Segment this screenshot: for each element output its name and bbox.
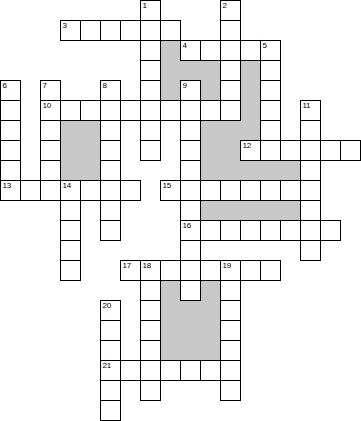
letter-cell-r1-c6[interactable]: [120, 20, 141, 41]
letter-cell-r16-c11[interactable]: [220, 320, 241, 341]
letter-cell-r12-c9[interactable]: [180, 240, 201, 261]
letter-cell-r1-c7[interactable]: [140, 20, 161, 41]
clue-number-20: 20: [103, 301, 111, 310]
letter-cell-r17-c11[interactable]: [220, 340, 241, 361]
shaded-cell-r10-c11: [220, 200, 241, 221]
letter-cell-r14-c9[interactable]: [180, 280, 201, 301]
letter-cell-r2-c10[interactable]: [200, 40, 221, 61]
shaded-cell-r3-c9: [180, 60, 201, 81]
shaded-cell-r14-c10: [200, 280, 221, 301]
letter-cell-r11-c15[interactable]: [300, 220, 321, 241]
letter-cell-r18-c8[interactable]: [160, 360, 181, 381]
letter-cell-r17-c7[interactable]: [140, 340, 161, 361]
letter-cell-r2-c12[interactable]: [240, 40, 261, 61]
letter-cell-r1-c3[interactable]: 3: [60, 20, 81, 41]
letter-cell-r2-c9[interactable]: 4: [180, 40, 201, 61]
letter-cell-r3-c11[interactable]: [220, 60, 241, 81]
letter-cell-r14-c7[interactable]: [140, 280, 161, 301]
shaded-cell-r16-c9: [180, 320, 201, 341]
clue-number-12: 12: [243, 141, 251, 150]
letter-cell-r18-c9[interactable]: [180, 360, 201, 381]
letter-cell-r11-c10[interactable]: [200, 220, 221, 241]
letter-cell-r6-c7[interactable]: [140, 120, 161, 141]
letter-cell-r11-c13[interactable]: [260, 220, 281, 241]
letter-cell-r2-c7[interactable]: [140, 40, 161, 61]
letter-cell-r19-c5[interactable]: [100, 380, 121, 401]
letter-cell-r19-c7[interactable]: [140, 380, 161, 401]
letter-cell-r5-c8[interactable]: [160, 100, 181, 121]
letter-cell-r6-c13[interactable]: [260, 120, 281, 141]
letter-cell-r9-c9[interactable]: [180, 180, 201, 201]
letter-cell-r13-c3[interactable]: [60, 260, 81, 281]
letter-cell-r3-c7[interactable]: [140, 60, 161, 81]
letter-cell-r5-c4[interactable]: [80, 100, 101, 121]
letter-cell-r4-c9[interactable]: 9: [180, 80, 201, 101]
letter-cell-r18-c11[interactable]: [220, 360, 241, 381]
letter-cell-r1-c8[interactable]: [160, 20, 181, 41]
letter-cell-r18-c7[interactable]: [140, 360, 161, 381]
shaded-cell-r15-c9: [180, 300, 201, 321]
clue-number-3: 3: [63, 21, 67, 30]
letter-cell-r16-c5[interactable]: [100, 320, 121, 341]
letter-cell-r7-c16[interactable]: [320, 140, 341, 161]
shaded-cell-r8-c10: [200, 160, 221, 181]
letter-cell-r10-c9[interactable]: [180, 200, 201, 221]
shaded-cell-r2-c8: [160, 40, 181, 61]
shaded-cell-r8-c3: [60, 160, 81, 181]
letter-cell-r5-c5[interactable]: [100, 100, 121, 121]
letter-cell-r5-c10[interactable]: [200, 100, 221, 121]
letter-cell-r13-c11[interactable]: 19: [220, 260, 241, 281]
letter-cell-r13-c9[interactable]: [180, 260, 201, 281]
letter-cell-r9-c8[interactable]: 15: [160, 180, 181, 201]
shaded-cell-r4-c8: [160, 80, 181, 101]
letter-cell-r15-c11[interactable]: [220, 300, 241, 321]
letter-cell-r5-c15[interactable]: 11: [300, 100, 321, 121]
letter-cell-r5-c6[interactable]: [120, 100, 141, 121]
letter-cell-r6-c15[interactable]: [300, 120, 321, 141]
letter-cell-r6-c0[interactable]: [0, 120, 21, 141]
clue-number-7: 7: [43, 81, 47, 90]
letter-cell-r5-c7[interactable]: [140, 100, 161, 121]
shaded-cell-r17-c9: [180, 340, 201, 361]
shaded-cell-r7-c4: [80, 140, 101, 161]
shaded-cell-r6-c11: [220, 120, 241, 141]
shaded-cell-r6-c4: [80, 120, 101, 141]
letter-cell-r4-c2[interactable]: 7: [40, 80, 61, 101]
shaded-cell-r17-c8: [160, 340, 181, 361]
clue-number-15: 15: [163, 181, 171, 190]
clue-number-2: 2: [223, 1, 227, 10]
letter-cell-r2-c11[interactable]: [220, 40, 241, 61]
letter-cell-r16-c7[interactable]: [140, 320, 161, 341]
letter-cell-r4-c0[interactable]: 6: [0, 80, 21, 101]
letter-cell-r5-c2[interactable]: 10: [40, 100, 61, 121]
shaded-cell-r6-c3: [60, 120, 81, 141]
letter-cell-r15-c5[interactable]: 20: [100, 300, 121, 321]
letter-cell-r9-c4[interactable]: [80, 180, 101, 201]
shaded-cell-r8-c12: [240, 160, 261, 181]
shaded-cell-r7-c10: [200, 140, 221, 161]
shaded-cell-r8-c11: [220, 160, 241, 181]
letter-cell-r9-c3[interactable]: 14: [60, 180, 81, 201]
letter-cell-r9-c2[interactable]: [40, 180, 61, 201]
letter-cell-r11-c12[interactable]: [240, 220, 261, 241]
shaded-cell-r15-c10: [200, 300, 221, 321]
shaded-cell-r16-c8: [160, 320, 181, 341]
letter-cell-r5-c13[interactable]: [260, 100, 281, 121]
letter-cell-r7-c5[interactable]: [100, 140, 121, 161]
letter-cell-r6-c9[interactable]: [180, 120, 201, 141]
letter-cell-r19-c11[interactable]: [220, 380, 241, 401]
letter-cell-r7-c12[interactable]: 12: [240, 140, 261, 161]
letter-cell-r9-c10[interactable]: [200, 180, 221, 201]
clue-number-5: 5: [263, 41, 267, 50]
letter-cell-r4-c7[interactable]: [140, 80, 161, 101]
letter-cell-r11-c14[interactable]: [280, 220, 301, 241]
letter-cell-r12-c3[interactable]: [60, 240, 81, 261]
letter-cell-r11-c3[interactable]: [60, 220, 81, 241]
letter-cell-r13-c6[interactable]: 17: [120, 260, 141, 281]
letter-cell-r0-c11[interactable]: 2: [220, 0, 241, 21]
shaded-cell-r8-c14: [280, 160, 301, 181]
clue-number-9: 9: [183, 81, 187, 90]
letter-cell-r9-c0[interactable]: 13: [0, 180, 21, 201]
shaded-cell-r10-c10: [200, 200, 221, 221]
letter-cell-r15-c7[interactable]: [140, 300, 161, 321]
letter-cell-r7-c7[interactable]: [140, 140, 161, 161]
letter-cell-r10-c5[interactable]: [100, 200, 121, 221]
letter-cell-r5-c0[interactable]: [0, 100, 21, 121]
shaded-cell-r6-c10: [200, 120, 221, 141]
shaded-cell-r8-c4: [80, 160, 101, 181]
letter-cell-r7-c15[interactable]: [300, 140, 321, 161]
letter-cell-r9-c11[interactable]: [220, 180, 241, 201]
letter-cell-r9-c13[interactable]: [260, 180, 281, 201]
clue-number-19: 19: [223, 261, 231, 270]
letter-cell-r7-c0[interactable]: [0, 140, 21, 161]
letter-cell-r17-c5[interactable]: [100, 340, 121, 361]
letter-cell-r7-c17[interactable]: [340, 140, 361, 161]
letter-cell-r5-c9[interactable]: [180, 100, 201, 121]
letter-cell-r9-c1[interactable]: [20, 180, 41, 201]
clue-number-11: 11: [303, 101, 311, 110]
letter-cell-r6-c5[interactable]: [100, 120, 121, 141]
letter-cell-r9-c14[interactable]: [280, 180, 301, 201]
letter-cell-r13-c13[interactable]: [260, 260, 281, 281]
letter-cell-r10-c15[interactable]: [300, 200, 321, 221]
letter-cell-r18-c5[interactable]: 21: [100, 360, 121, 381]
letter-cell-r12-c15[interactable]: [300, 240, 321, 261]
shaded-cell-r5-c12: [240, 100, 261, 121]
shaded-cell-r14-c8: [160, 280, 181, 301]
letter-cell-r8-c0[interactable]: [0, 160, 21, 181]
letter-cell-r1-c11[interactable]: [220, 20, 241, 41]
letter-cell-r11-c11[interactable]: [220, 220, 241, 241]
shaded-cell-r4-c10: [200, 80, 221, 101]
shaded-cell-r17-c10: [200, 340, 221, 361]
letter-cell-r4-c5[interactable]: 8: [100, 80, 121, 101]
letter-cell-r9-c12[interactable]: [240, 180, 261, 201]
clue-number-17: 17: [123, 261, 131, 270]
crossword-page: 123456789101112131415161718192021: [0, 0, 361, 421]
shaded-cell-r3-c12: [240, 60, 261, 81]
letter-cell-r1-c5[interactable]: [100, 20, 121, 41]
letter-cell-r5-c3[interactable]: [60, 100, 81, 121]
shaded-cell-r4-c12: [240, 80, 261, 101]
letter-cell-r9-c15[interactable]: [300, 180, 321, 201]
letter-cell-r4-c13[interactable]: [260, 80, 281, 101]
letter-cell-r13-c7[interactable]: 18: [140, 260, 161, 281]
letter-cell-r11-c9[interactable]: 16: [180, 220, 201, 241]
letter-cell-r9-c6[interactable]: [120, 180, 141, 201]
letter-cell-r11-c5[interactable]: [100, 220, 121, 241]
letter-cell-r9-c5[interactable]: [100, 180, 121, 201]
shaded-cell-r10-c14: [280, 200, 301, 221]
clue-number-18: 18: [143, 261, 151, 270]
letter-cell-r4-c11[interactable]: [220, 80, 241, 101]
shaded-cell-r7-c11: [220, 140, 241, 161]
letter-cell-r2-c13[interactable]: 5: [260, 40, 281, 61]
letter-cell-r0-c7[interactable]: 1: [140, 0, 161, 21]
crossword-grid: 123456789101112131415161718192021: [0, 0, 361, 421]
letter-cell-r6-c2[interactable]: [40, 120, 61, 141]
shaded-cell-r10-c13: [260, 200, 281, 221]
clue-number-8: 8: [103, 81, 107, 90]
letter-cell-r8-c9[interactable]: [180, 160, 201, 181]
letter-cell-r11-c16[interactable]: [320, 220, 341, 241]
shaded-cell-r6-c12: [240, 120, 261, 141]
clue-number-14: 14: [63, 181, 71, 190]
letter-cell-r13-c10[interactable]: [200, 260, 221, 281]
clue-number-6: 6: [3, 81, 7, 90]
letter-cell-r7-c14[interactable]: [280, 140, 301, 161]
clue-number-21: 21: [103, 361, 111, 370]
letter-cell-r7-c2[interactable]: [40, 140, 61, 161]
letter-cell-r13-c8[interactable]: [160, 260, 181, 281]
clue-number-4: 4: [183, 41, 187, 50]
clue-number-13: 13: [3, 181, 11, 190]
clue-number-10: 10: [43, 101, 51, 110]
shaded-cell-r3-c8: [160, 60, 181, 81]
letter-cell-r3-c13[interactable]: [260, 60, 281, 81]
shaded-cell-r15-c8: [160, 300, 181, 321]
letter-cell-r13-c12[interactable]: [240, 260, 261, 281]
letter-cell-r8-c2[interactable]: [40, 160, 61, 181]
letter-cell-r5-c11[interactable]: [220, 100, 241, 121]
letter-cell-r8-c5[interactable]: [100, 160, 121, 181]
shaded-cell-r8-c13: [260, 160, 281, 181]
letter-cell-r7-c13[interactable]: [260, 140, 281, 161]
letter-cell-r14-c11[interactable]: [220, 280, 241, 301]
letter-cell-r1-c4[interactable]: [80, 20, 101, 41]
letter-cell-r7-c9[interactable]: [180, 140, 201, 161]
shaded-cell-r7-c3: [60, 140, 81, 161]
letter-cell-r18-c6[interactable]: [120, 360, 141, 381]
shaded-cell-r10-c12: [240, 200, 261, 221]
letter-cell-r8-c15[interactable]: [300, 160, 321, 181]
letter-cell-r10-c3[interactable]: [60, 200, 81, 221]
clue-number-16: 16: [183, 221, 191, 230]
letter-cell-r18-c10[interactable]: [200, 360, 221, 381]
shaded-cell-r3-c10: [200, 60, 221, 81]
clue-number-1: 1: [143, 1, 147, 10]
shaded-cell-r16-c10: [200, 320, 221, 341]
letter-cell-r20-c5[interactable]: [100, 400, 121, 421]
